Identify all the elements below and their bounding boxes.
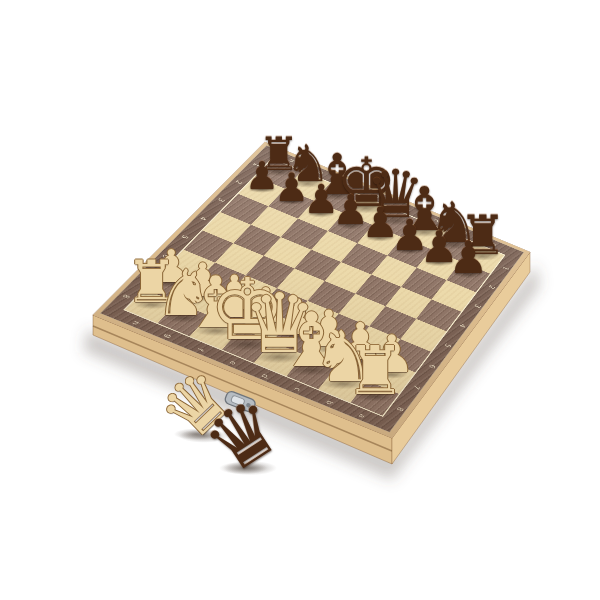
product-photo-stage: hgfedcba hgfedcba 12345678 12345678 ♜♞♝♚…	[0, 0, 600, 600]
